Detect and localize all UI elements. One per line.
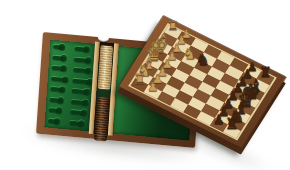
finger-notch [98, 34, 110, 42]
piece-white-pawn-a2[interactable]: ♟ [147, 80, 158, 93]
piece-recess [50, 87, 64, 92]
piece-white-rook-a1[interactable]: ♜ [133, 72, 146, 86]
piece-recess [53, 45, 64, 50]
piece-recess [72, 89, 89, 94]
felt-lining-left [44, 40, 95, 132]
piece-recess [51, 77, 67, 82]
piece-recess [48, 119, 59, 124]
piece-recess [71, 100, 87, 105]
piece-recess [49, 108, 61, 113]
piece-recess [49, 98, 62, 103]
piece-recess [75, 47, 89, 52]
piece-black-pawn-a7[interactable]: ♟ [213, 113, 225, 126]
piece-black-knight-f4[interactable]: ♞ [196, 53, 210, 69]
piece-recess [69, 121, 83, 126]
chess-set-photo: ♜♟♟♝♟♚♞♟♛♞♟♝♟♟♞♜♟♟♜♟♟♝♟♚♟♛♟♝♟♞♟♜ Wooden … [0, 0, 290, 170]
piece-black-rook-a8[interactable]: ♜ [225, 117, 239, 132]
piece-recess [73, 68, 90, 73]
piece-white-knight-f3[interactable]: ♞ [183, 46, 197, 61]
piece-recess [52, 55, 65, 60]
caption: Wooden magnetic travel chess set: open s… [0, 0, 1, 1]
piece-recess [52, 66, 66, 71]
piece-recess [70, 110, 85, 115]
piece-recess [74, 57, 90, 62]
piece-recess [72, 79, 91, 85]
